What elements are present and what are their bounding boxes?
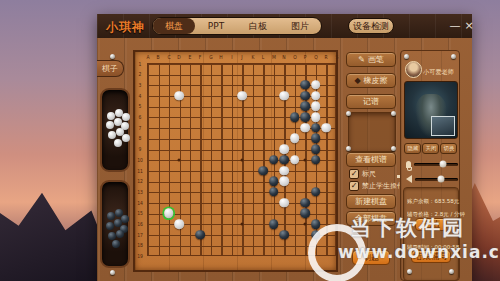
white-stone[interactable] [279, 176, 289, 186]
row-label: 18 [137, 243, 143, 248]
row-label: 15 [137, 211, 143, 216]
row-label: 13 [137, 189, 143, 194]
column-label: D [177, 54, 180, 59]
teacher-avatar [405, 61, 422, 78]
eraser-icon: ◆ [354, 76, 360, 85]
black-bowl-stone [108, 232, 116, 240]
column-label: P [304, 54, 307, 59]
go-board[interactable]: ABCDEFGHIJKLMNOPQRS123456789101112131415… [133, 50, 338, 272]
practice-button[interactable]: 刷题 [352, 250, 390, 265]
white-stone[interactable] [311, 80, 321, 90]
column-label: E [188, 54, 191, 59]
star-point [304, 223, 307, 226]
row-label: 14 [137, 200, 143, 205]
switch-video-button[interactable]: 切换 [440, 143, 457, 154]
black-stone[interactable] [279, 155, 289, 165]
view-record-button[interactable]: 查看棋谱 [346, 152, 396, 167]
column-label: I [231, 54, 232, 59]
hide-video-button[interactable]: 隐藏 [404, 143, 421, 154]
video-feed [404, 81, 458, 139]
row-label: 16 [137, 222, 143, 227]
ruler-checkbox-row[interactable]: ✓ 标尺 [349, 169, 382, 179]
balance-label: 账户余额： [407, 198, 435, 204]
ruler-label: 标尺 [362, 169, 376, 179]
white-stone[interactable] [290, 155, 300, 165]
recharge-button[interactable]: 充值 [415, 218, 447, 231]
screw-icon [110, 270, 115, 275]
white-stone[interactable] [279, 198, 289, 208]
brush-label: 画笔 [368, 54, 384, 65]
column-label: F [199, 54, 202, 59]
balance-value: 683.58元 [435, 198, 460, 204]
black-stone[interactable] [269, 187, 279, 197]
white-stone[interactable] [174, 91, 184, 101]
column-label: S [335, 54, 338, 59]
pencil-icon: ✎ [358, 55, 365, 64]
white-stone[interactable] [311, 91, 321, 101]
speaker-icon [406, 175, 412, 183]
speaker-slider-knob[interactable] [437, 176, 444, 183]
row-label: 5 [139, 104, 142, 109]
screw-icon [451, 54, 456, 59]
black-bowl-stone [107, 212, 115, 220]
white-stone-bowl[interactable] [100, 88, 130, 172]
column-label: Q [314, 54, 318, 59]
white-bowl-stone [122, 134, 130, 142]
tab-bar: 棋盘 PPT 白板 图片 [152, 17, 322, 35]
screw-icon [407, 269, 412, 274]
column-label: K [251, 54, 254, 59]
black-stone[interactable] [269, 155, 279, 165]
tab-whiteboard[interactable]: 白板 [237, 18, 279, 34]
video-panel: 小可爱老师 隐藏 关闭 切换 账户余额：683.58元 辅导价格：2.8元 / … [400, 50, 460, 281]
speaker-slider[interactable] [415, 178, 458, 181]
black-stone[interactable] [311, 187, 321, 197]
stones-tray-label[interactable]: 棋子 [97, 60, 124, 77]
black-stone[interactable] [311, 155, 321, 165]
lock-students-label: 禁止学生操作 [362, 181, 404, 191]
checkbox-checked-icon[interactable]: ✓ [349, 169, 359, 179]
black-stone[interactable] [300, 198, 310, 208]
column-label: G [209, 54, 212, 59]
minimize-button[interactable]: — [449, 20, 461, 32]
column-label: N [282, 54, 285, 59]
black-bowl-stone [116, 230, 124, 238]
column-label: R [324, 54, 327, 59]
white-bowl-stone [114, 139, 122, 147]
row-label: 12 [137, 179, 143, 184]
row-label: 9 [139, 147, 142, 152]
speaker-slider-row [406, 173, 458, 185]
row-label: 7 [139, 125, 142, 130]
notation-panel [348, 112, 396, 152]
black-stone[interactable] [300, 91, 310, 101]
balance-row: 账户余额：683.58元 [407, 197, 459, 205]
microphone-icon [406, 161, 411, 168]
black-stone[interactable] [258, 166, 268, 176]
close-button[interactable]: × [463, 20, 475, 32]
white-stone-last-move[interactable] [164, 209, 174, 219]
column-label: J [241, 54, 242, 59]
white-bowl-stone [106, 121, 114, 129]
white-stone[interactable] [300, 123, 310, 133]
black-bowl-stone [106, 222, 114, 230]
desktop: 小琪神 棋盘 PPT 白板 图片 设备检测 — × 棋子 ABCDEFGHIJK… [0, 0, 500, 281]
column-label: C [167, 54, 170, 59]
column-label: H [219, 54, 222, 59]
black-stone[interactable] [300, 209, 310, 219]
white-stone[interactable] [290, 134, 300, 144]
pip-video[interactable] [431, 116, 455, 136]
row-label: 19 [137, 254, 143, 259]
column-label: A [146, 54, 149, 59]
time-value: 00:00:58 [435, 244, 460, 250]
black-stone-bowl[interactable] [100, 180, 130, 268]
black-stone[interactable] [300, 102, 310, 112]
row-label: 2 [139, 72, 142, 77]
black-bowl-stone [121, 215, 129, 223]
white-bowl-stone [122, 113, 130, 121]
eraser-label: 橡皮擦 [364, 75, 388, 86]
price-row: 辅导价格：2.8元 / 分钟 [407, 210, 465, 218]
titlebar: 小琪神 棋盘 PPT 白板 图片 设备检测 — × [97, 14, 472, 38]
time-label: 辅导时间： [407, 244, 435, 250]
row-label: 3 [139, 82, 142, 87]
black-stone[interactable] [311, 123, 321, 133]
white-stone[interactable] [279, 91, 289, 101]
white-stone[interactable] [174, 219, 184, 229]
switch-label: 切换 [443, 145, 454, 153]
app-logo: 小琪神 [106, 19, 145, 36]
hide-label: 隐藏 [407, 145, 418, 153]
black-bowl-stone [112, 240, 120, 248]
column-label: M [272, 54, 276, 59]
close-video-button[interactable]: 关闭 [422, 143, 439, 154]
tab-ppt[interactable]: PPT [195, 18, 237, 34]
screw-icon [391, 146, 396, 151]
black-stone[interactable] [269, 176, 279, 186]
account-panel: 账户余额：683.58元 辅导价格：2.8元 / 分钟 充值 辅导时间：00:0… [403, 187, 459, 281]
black-stone[interactable] [279, 230, 289, 240]
star-point [178, 158, 181, 161]
device-check-button[interactable]: 设备检测 [348, 18, 394, 34]
column-label: O [293, 54, 297, 59]
tab-board[interactable]: 棋盘 [153, 18, 195, 34]
screw-icon [449, 269, 454, 274]
close-label: 关闭 [425, 145, 436, 153]
row-label: 4 [139, 93, 142, 98]
record-button[interactable]: 记谱 [346, 94, 396, 109]
row-label: 11 [137, 168, 143, 173]
new-board-button[interactable]: 新建棋盘 [346, 194, 396, 209]
column-label: L [262, 54, 265, 59]
all-boards-button[interactable]: 全部棋盘 [346, 211, 396, 226]
black-stone[interactable] [290, 112, 300, 122]
row-label: 1 [139, 61, 142, 66]
star-point [241, 223, 244, 226]
black-stone[interactable] [311, 134, 321, 144]
black-stone[interactable] [269, 219, 279, 229]
white-stone[interactable] [279, 166, 289, 176]
teacher-name: 小可爱老师 [423, 68, 454, 77]
eraser-button[interactable]: ◆橡皮擦 [346, 73, 396, 88]
screw-icon [404, 54, 409, 59]
star-point [241, 158, 244, 161]
black-stone[interactable] [195, 230, 205, 240]
row-label: 6 [139, 115, 142, 120]
screw-icon [346, 111, 351, 116]
white-stone[interactable] [237, 91, 247, 101]
black-stone[interactable] [311, 219, 321, 229]
app-window: 小琪神 棋盘 PPT 白板 图片 设备检测 — × 棋子 ABCDEFGHIJK… [97, 14, 472, 281]
mic-slider[interactable] [414, 163, 458, 166]
row-label: 8 [139, 136, 142, 141]
price-label: 辅导价格： [407, 211, 435, 217]
mic-slider-row [406, 158, 458, 170]
row-label: 10 [137, 157, 143, 162]
white-stone[interactable] [311, 112, 321, 122]
black-stone[interactable] [311, 144, 321, 154]
black-stone[interactable] [300, 112, 310, 122]
end-session-button[interactable]: 结束辅导 [411, 250, 451, 263]
mic-slider-knob[interactable] [439, 161, 446, 168]
white-bowl-stone [108, 131, 116, 139]
price-value: 2.8元 / 分钟 [435, 211, 466, 217]
brush-button[interactable]: ✎画笔 [346, 52, 396, 67]
black-stone[interactable] [311, 230, 321, 240]
tab-image[interactable]: 图片 [279, 18, 321, 34]
screw-icon [346, 146, 351, 151]
white-stone[interactable] [311, 102, 321, 112]
white-stone[interactable] [279, 144, 289, 154]
star-point [304, 158, 307, 161]
row-label: 17 [137, 232, 143, 237]
black-stone[interactable] [300, 80, 310, 90]
white-stone[interactable] [321, 123, 331, 133]
column-label: B [156, 54, 159, 59]
screw-icon [110, 54, 115, 59]
checkbox-checked-icon[interactable]: ✓ [349, 181, 359, 191]
screw-icon [391, 111, 396, 116]
